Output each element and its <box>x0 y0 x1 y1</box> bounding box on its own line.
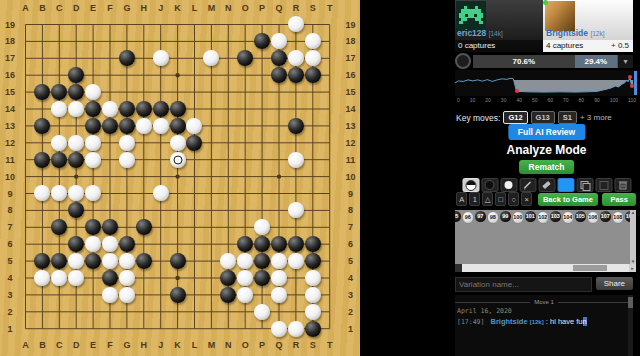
square-marker-tool-button[interactable]: □ <box>495 192 506 206</box>
black-stone-S1 <box>305 321 321 337</box>
black-stone-E7 <box>85 219 101 235</box>
ogs-game-screen: AABBCCDDEEFFGGHHJJKKLLMMNNOOPPQQRRSSTT19… <box>0 0 640 356</box>
black-stone-C5 <box>51 253 67 269</box>
coord-label-3: 3 <box>7 290 12 300</box>
black-stone-L12 <box>186 135 202 151</box>
black-stone-R6 <box>288 236 304 252</box>
coord-label-12: 12 <box>345 138 355 148</box>
white-stone-H13 <box>136 118 152 134</box>
coord-label-M: M <box>208 3 216 13</box>
move-tree-main-line[interactable]: 9596979899100101102103104105106107108109… <box>455 210 636 224</box>
move-tree-horizontal-scrollbar[interactable]: ▸ <box>455 264 636 272</box>
black-stone-H14 <box>136 101 152 117</box>
coord-label-F: F <box>107 3 113 13</box>
move-tree-node-106[interactable]: 106 <box>587 211 600 224</box>
white-stone-S18 <box>305 33 321 49</box>
black-stone-O17 <box>237 50 253 66</box>
black-stone-F7 <box>102 219 118 235</box>
black-stone-S5 <box>305 253 321 269</box>
white-stone-icon <box>505 181 513 189</box>
x-tick-40: 40 <box>516 97 522 103</box>
white-stone-J9 <box>153 185 169 201</box>
label-number-tool-button[interactable]: 1 <box>469 192 480 206</box>
go-board[interactable]: AABBCCDDEEFFGGHHJJKKLLMMNNOOPPQQRRSSTT19… <box>0 0 360 356</box>
move-tree-node-97[interactable]: 97 <box>475 211 486 222</box>
black-stone-D16 <box>68 67 84 83</box>
black-stone-S6 <box>305 236 321 252</box>
winrate-white-segment: 29.4% <box>575 55 617 68</box>
black-stone-K5 <box>170 253 186 269</box>
move-tree-node-102[interactable]: 102 <box>537 211 550 224</box>
black-player-name[interactable]: eric128 [14k] <box>457 28 503 38</box>
full-ai-review-button[interactable]: Full AI Review <box>508 124 585 140</box>
black-stone-S16 <box>305 67 321 83</box>
move-tree-vertical-scrollbar[interactable]: ▲▼ <box>630 210 636 264</box>
black-stone-H7 <box>136 219 152 235</box>
x-tick-60: 60 <box>548 97 554 103</box>
coord-label-4: 4 <box>7 273 12 283</box>
eraser-tool-button[interactable] <box>538 178 555 192</box>
white-stone-D9 <box>68 185 84 201</box>
coord-label-B: B <box>39 340 46 350</box>
chevron-down-icon[interactable]: ▾ <box>617 55 633 68</box>
white-stone-F14 <box>102 101 118 117</box>
pencil-tool-button[interactable] <box>519 178 536 192</box>
black-stone-D11 <box>68 152 84 168</box>
pass-button[interactable]: Pass <box>602 193 636 206</box>
coord-label-15: 15 <box>345 87 355 97</box>
white-stone-C9 <box>51 185 67 201</box>
white-stone-G12 <box>119 135 135 151</box>
coord-label-D: D <box>73 3 80 13</box>
coord-label-3: 3 <box>348 290 353 300</box>
black-stone-K3 <box>170 287 186 303</box>
coord-label-S: S <box>310 3 316 13</box>
chat-scrollbar-thumb[interactable] <box>628 297 633 308</box>
coord-label-5: 5 <box>348 256 353 266</box>
black-stone-R13 <box>288 118 304 134</box>
komi-label: + 0.5 <box>611 40 629 52</box>
pen-color-swatch-button[interactable] <box>557 178 574 192</box>
coord-label-19: 19 <box>5 20 15 30</box>
white-stone-S3 <box>305 287 321 303</box>
scroll-left-button[interactable] <box>455 264 462 272</box>
black-stone-P5 <box>254 253 270 269</box>
white-stone-G4 <box>119 270 135 286</box>
white-stone-F6 <box>102 236 118 252</box>
white-stone-E11 <box>85 152 101 168</box>
white-stone-Q5 <box>271 253 287 269</box>
black-stone-B11 <box>34 152 50 168</box>
white-stone-F5 <box>102 253 118 269</box>
coord-label-N: N <box>225 340 232 350</box>
online-indicator-dot <box>543 0 548 5</box>
chat-text-selection: n <box>583 317 587 326</box>
white-stone-R19 <box>288 16 304 32</box>
x-tick-90: 90 <box>594 97 600 103</box>
half-stone-icon <box>465 180 476 191</box>
white-stone-E6 <box>85 236 101 252</box>
white-stone-Q1 <box>271 321 287 337</box>
black-stone-D8 <box>68 202 84 218</box>
move-tree-node-98[interactable]: 98 <box>487 211 500 224</box>
coord-label-E: E <box>90 340 96 350</box>
white-stone-B9 <box>34 185 50 201</box>
coord-label-10: 10 <box>345 172 355 182</box>
coord-label-O: O <box>242 3 249 13</box>
white-stone-M17 <box>203 50 219 66</box>
coord-label-10: 10 <box>5 172 15 182</box>
chat-message: [17:49] Brightside [12k] : hi have fun <box>455 315 633 326</box>
eraser-icon <box>542 181 551 189</box>
black-stone-E14 <box>85 101 101 117</box>
black-player-rank: [14k] <box>489 30 503 37</box>
coord-label-15: 15 <box>5 87 15 97</box>
white-stone-P2 <box>254 304 270 320</box>
key-move-button-s1[interactable]: S1 <box>558 111 577 124</box>
coord-label-16: 16 <box>5 70 15 80</box>
back-to-game-button[interactable]: Back to Game <box>538 193 598 206</box>
black-stone-R16 <box>288 67 304 83</box>
white-stone-R1 <box>288 321 304 337</box>
black-stone-C15 <box>51 84 67 100</box>
coord-label-J: J <box>158 3 163 13</box>
coord-label-18: 18 <box>345 36 355 46</box>
white-stone-L13 <box>186 118 202 134</box>
black-stone-icon <box>485 180 495 190</box>
black-stone-E13 <box>85 118 101 134</box>
coord-label-2: 2 <box>7 307 12 317</box>
coord-label-1: 1 <box>348 324 353 334</box>
player-card-black[interactable]: eric128 [14k] 0 captures <box>455 0 543 52</box>
coord-label-5: 5 <box>7 256 12 266</box>
x-tick-20: 20 <box>485 97 491 103</box>
white-stone-G11 <box>119 152 135 168</box>
white-stone-K12 <box>170 135 186 151</box>
key-move-dot[interactable] <box>630 84 634 88</box>
paste-icon <box>599 181 608 190</box>
white-stone-K11 <box>170 152 186 168</box>
coord-label-H: H <box>141 3 148 13</box>
white-stone-O4 <box>237 270 253 286</box>
coord-label-G: G <box>123 3 130 13</box>
x-tick-0: 0 <box>457 97 460 103</box>
black-stone-F4 <box>102 270 118 286</box>
move-tree-node-104[interactable]: 104 <box>562 211 575 224</box>
white-stone-C14 <box>51 101 67 117</box>
game-side-panel: eric128 [14k] 0 captures Brightside [12k… <box>455 0 638 356</box>
pencil-icon <box>523 180 533 190</box>
white-stone-O3 <box>237 287 253 303</box>
coord-label-11: 11 <box>346 155 356 165</box>
white-stone-C12 <box>51 135 67 151</box>
move-tree-node-108[interactable]: 108 <box>612 211 625 224</box>
analysis-toolbar-row1 <box>462 178 631 192</box>
x-tick-10: 10 <box>470 97 476 103</box>
white-stone-R17 <box>288 50 304 66</box>
move-tree-node-101[interactable]: 101 <box>525 211 536 222</box>
coord-label-K: K <box>174 340 181 350</box>
black-stone-Q16 <box>271 67 287 83</box>
white-stone-B4 <box>34 270 50 286</box>
coord-label-8: 8 <box>348 205 353 215</box>
chat-date: April 16, 2020 <box>455 305 633 315</box>
coord-label-G: G <box>123 340 130 350</box>
analysis-toolbar-row2: A 1 △ □ ○ × Back to Game Pass <box>456 192 636 206</box>
coord-label-B: B <box>39 3 46 13</box>
chat-log[interactable]: Move 1 April 16, 2020 [17:49] Brightside… <box>455 295 633 356</box>
winrate-bar-row: 70.6% 29.4% ▾ <box>455 54 633 68</box>
black-stone-B13 <box>34 118 50 134</box>
coord-label-E: E <box>90 3 96 13</box>
coord-label-17: 17 <box>5 53 15 63</box>
white-stone-O5 <box>237 253 253 269</box>
coord-label-P: P <box>259 340 265 350</box>
share-button[interactable]: Share <box>596 277 633 290</box>
black-stone-D15 <box>68 84 84 100</box>
black-stone-B15 <box>34 84 50 100</box>
black-stone-G6 <box>119 236 135 252</box>
winrate-black-segment: 70.6% <box>473 55 575 68</box>
white-captures: 4 captures+ 0.5 <box>543 40 633 52</box>
black-stone-P4 <box>254 270 270 286</box>
white-stone-S17 <box>305 50 321 66</box>
coord-label-O: O <box>242 340 249 350</box>
white-stone-E15 <box>85 84 101 100</box>
coord-label-19: 19 <box>345 20 355 30</box>
black-stone-G13 <box>119 118 135 134</box>
coord-label-S: S <box>310 340 316 350</box>
x-tick-70: 70 <box>563 97 569 103</box>
black-stone-P18 <box>254 33 270 49</box>
coord-label-P: P <box>259 3 265 13</box>
player-cards: eric128 [14k] 0 captures Brightside [12k… <box>455 0 633 52</box>
coord-label-C: C <box>56 340 63 350</box>
coord-label-1: 1 <box>7 324 12 334</box>
black-stone-E5 <box>85 253 101 269</box>
stone-toggle-tool-button[interactable] <box>462 178 479 192</box>
coord-label-A: A <box>22 340 29 350</box>
white-stone-F3 <box>102 287 118 303</box>
coord-label-12: 12 <box>5 138 15 148</box>
circle-marker-tool-button[interactable]: ○ <box>508 192 519 206</box>
white-stone-P7 <box>254 219 270 235</box>
coord-label-Q: Q <box>275 340 282 350</box>
white-stone-E12 <box>85 135 101 151</box>
black-stone-P6 <box>254 236 270 252</box>
rematch-button[interactable]: Rematch <box>519 160 575 174</box>
graph-position-scrollbar[interactable] <box>634 71 637 95</box>
black-stone-J14 <box>153 101 169 117</box>
coord-label-11: 11 <box>5 155 15 165</box>
last-move-marker <box>173 155 182 164</box>
coord-label-T: T <box>327 340 333 350</box>
coord-label-L: L <box>192 3 198 13</box>
white-stone-D14 <box>68 101 84 117</box>
coord-label-Q: Q <box>275 3 282 13</box>
chat-timestamp: [17:49] <box>457 318 484 326</box>
coord-label-7: 7 <box>7 222 12 232</box>
coord-label-7: 7 <box>348 222 353 232</box>
x-tick-100: 100 <box>610 97 618 103</box>
scroll-up-icon[interactable]: ▲ <box>631 210 635 215</box>
key-move-button-g13[interactable]: G13 <box>531 111 555 124</box>
black-stone-F13 <box>102 118 118 134</box>
x-tick-110: 110 <box>628 97 636 103</box>
move-tree[interactable]: 9596979899100101102103104105106107108109… <box>455 210 636 272</box>
move-tree-node-99[interactable]: 99 <box>500 211 511 222</box>
move-tree-node-107[interactable]: 107 <box>600 211 611 222</box>
paste-button[interactable] <box>595 178 612 192</box>
black-stone-N4 <box>220 270 236 286</box>
coord-label-17: 17 <box>345 53 355 63</box>
black-stone-K13 <box>170 118 186 134</box>
move-tree-node-100[interactable]: 100 <box>512 211 525 224</box>
coord-label-4: 4 <box>348 273 353 283</box>
coord-label-18: 18 <box>5 36 15 46</box>
black-stone-Q17 <box>271 50 287 66</box>
white-player-avatar <box>545 1 575 31</box>
variation-row: Share <box>455 277 633 292</box>
winrate-bar[interactable]: 70.6% 29.4% <box>473 55 617 68</box>
coord-label-14: 14 <box>345 104 355 114</box>
move-tree-node-96[interactable]: 96 <box>462 211 475 224</box>
black-stone-O6 <box>237 236 253 252</box>
coord-label-M: M <box>208 340 216 350</box>
white-stone-tool-button[interactable] <box>500 178 517 192</box>
black-stone-B5 <box>34 253 50 269</box>
black-stone-C11 <box>51 152 67 168</box>
white-stone-N5 <box>220 253 236 269</box>
white-stone-Q3 <box>271 287 287 303</box>
coord-label-13: 13 <box>5 121 15 131</box>
white-stone-R5 <box>288 253 304 269</box>
white-stone-G5 <box>119 253 135 269</box>
coord-label-H: H <box>141 340 148 350</box>
black-stone-H5 <box>136 253 152 269</box>
copy-button[interactable] <box>576 178 593 192</box>
coord-label-16: 16 <box>345 70 355 80</box>
white-player-rank: [12k] <box>590 30 604 37</box>
coord-label-6: 6 <box>348 239 353 249</box>
white-player-name[interactable]: Brightside [12k] <box>546 28 605 38</box>
x-tick-30: 30 <box>501 97 507 103</box>
triangle-marker-tool-button[interactable]: △ <box>482 192 493 206</box>
x-tick-80: 80 <box>579 97 585 103</box>
black-stone-Q6 <box>271 236 287 252</box>
variation-name-input[interactable] <box>455 277 592 292</box>
key-move-dot[interactable] <box>515 89 519 93</box>
white-stone-G3 <box>119 287 135 303</box>
chat-text: hi have fu <box>550 317 583 326</box>
black-stone-G17 <box>119 50 135 66</box>
coord-label-14: 14 <box>5 104 15 114</box>
analyze-mode-title: Analyze Mode <box>455 143 638 157</box>
move-tree-node-105[interactable]: 105 <box>575 211 586 222</box>
coord-label-6: 6 <box>7 239 12 249</box>
white-stone-D12 <box>68 135 84 151</box>
cross-marker-tool-button[interactable]: × <box>521 192 532 206</box>
scroll-right-button[interactable]: ▸ <box>629 264 636 272</box>
coord-label-A: A <box>22 3 29 13</box>
white-stone-C4 <box>51 270 67 286</box>
coord-label-2: 2 <box>348 307 353 317</box>
white-stone-R8 <box>288 202 304 218</box>
scrollbar-thumb[interactable] <box>573 265 607 271</box>
key-moves-row: Key moves: G12 G13 S1 + 3 more <box>456 111 612 124</box>
white-stone-J17 <box>153 50 169 66</box>
chat-scrollbar[interactable] <box>628 295 633 356</box>
stone-grid[interactable] <box>17 16 338 337</box>
winrate-plot[interactable] <box>455 70 638 96</box>
coord-label-13: 13 <box>345 121 355 131</box>
x-tick-50: 50 <box>532 97 538 103</box>
white-stone-E9 <box>85 185 101 201</box>
player-card-white[interactable]: Brightside [12k] 4 captures+ 0.5 <box>543 0 633 52</box>
white-stone-Q18 <box>271 33 287 49</box>
black-stone-K14 <box>170 101 186 117</box>
black-stone-C7 <box>51 219 67 235</box>
coord-label-L: L <box>192 340 198 350</box>
white-stone-Q4 <box>271 270 287 286</box>
black-player-avatar <box>456 1 486 31</box>
coord-label-K: K <box>174 3 181 13</box>
coord-label-N: N <box>225 3 232 13</box>
black-stone-tool-button[interactable] <box>481 178 498 192</box>
coord-label-R: R <box>293 340 300 350</box>
stone-indicator-icon <box>455 53 471 69</box>
white-stone-D5 <box>68 253 84 269</box>
label-letter-tool-button[interactable]: A <box>456 192 467 206</box>
graph-x-axis: 0102030405060708090100110 <box>455 96 638 103</box>
black-stone-G14 <box>119 101 135 117</box>
key-moves-label: Key moves: <box>456 113 500 123</box>
black-captures: 0 captures <box>455 40 543 52</box>
white-stone-J13 <box>153 118 169 134</box>
move-tree-node-95[interactable]: 95 <box>455 211 461 222</box>
black-stone-N3 <box>220 287 236 303</box>
coord-label-D: D <box>73 340 80 350</box>
white-stone-R11 <box>288 152 304 168</box>
white-stone-D4 <box>68 270 84 286</box>
coord-label-C: C <box>56 3 63 13</box>
move-tree-node-103[interactable]: 103 <box>550 211 561 222</box>
coord-label-9: 9 <box>348 189 353 199</box>
chat-author[interactable]: Brightside [12k] <box>491 317 544 326</box>
trash-icon <box>618 180 627 190</box>
key-move-button-g12[interactable]: G12 <box>503 111 527 124</box>
key-moves-more[interactable]: + 3 more <box>580 113 612 122</box>
white-stone-S2 <box>305 304 321 320</box>
coord-label-R: R <box>293 3 300 13</box>
coord-label-J: J <box>158 340 163 350</box>
winrate-graph[interactable]: 0102030405060708090100110 <box>455 70 638 108</box>
black-stone-D6 <box>68 236 84 252</box>
delete-branch-button[interactable] <box>614 178 631 192</box>
coord-label-F: F <box>107 340 113 350</box>
coord-label-8: 8 <box>7 205 12 215</box>
white-stone-S4 <box>305 270 321 286</box>
coord-label-9: 9 <box>7 189 12 199</box>
coord-label-T: T <box>327 3 333 13</box>
